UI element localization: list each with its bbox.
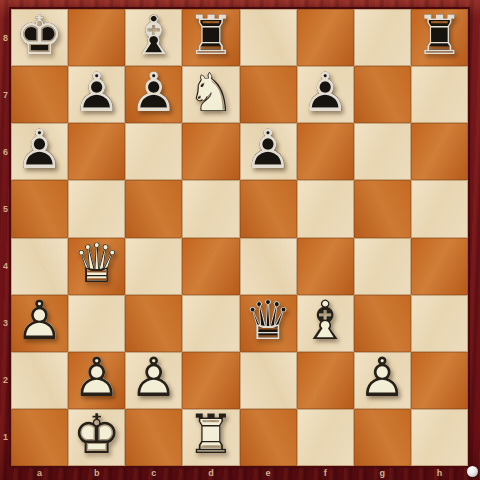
square-g4[interactable]: [354, 238, 411, 295]
piece-wP-g2[interactable]: ♟♙: [354, 352, 411, 409]
square-c4[interactable]: [125, 238, 182, 295]
square-d4[interactable]: [182, 238, 239, 295]
square-a2[interactable]: [11, 352, 68, 409]
square-d5[interactable]: [182, 180, 239, 237]
square-g3[interactable]: [354, 295, 411, 352]
piece-bP-c7[interactable]: ♟♙: [125, 66, 182, 123]
square-e4[interactable]: [240, 238, 297, 295]
square-h1[interactable]: [411, 409, 468, 466]
square-h4[interactable]: [411, 238, 468, 295]
square-h5[interactable]: [411, 180, 468, 237]
piece-wB-f3[interactable]: ♝♗: [297, 295, 354, 352]
square-a8[interactable]: ♚♔: [11, 9, 68, 66]
file-label-h: h: [411, 466, 468, 480]
square-f4[interactable]: [297, 238, 354, 295]
rank-label-8: 8: [0, 9, 11, 66]
square-e8[interactable]: [240, 9, 297, 66]
file-label-f: f: [297, 466, 354, 480]
square-b8[interactable]: [68, 9, 125, 66]
square-a6[interactable]: ♟♙: [11, 123, 68, 180]
square-c5[interactable]: [125, 180, 182, 237]
square-b6[interactable]: [68, 123, 125, 180]
square-a1[interactable]: [11, 409, 68, 466]
piece-wQ-b4[interactable]: ♛♕: [68, 238, 125, 295]
piece-bP-e6[interactable]: ♟♙: [240, 123, 297, 180]
square-b2[interactable]: ♟♙: [68, 352, 125, 409]
square-b3[interactable]: [68, 295, 125, 352]
square-f8[interactable]: [297, 9, 354, 66]
square-e3[interactable]: ♛♕: [240, 295, 297, 352]
rank-label-6: 6: [0, 123, 11, 180]
square-g8[interactable]: [354, 9, 411, 66]
square-a5[interactable]: [11, 180, 68, 237]
file-label-b: b: [68, 466, 125, 480]
square-e5[interactable]: [240, 180, 297, 237]
square-d8[interactable]: ♜♖: [182, 9, 239, 66]
file-label-g: g: [354, 466, 411, 480]
file-label-a: a: [11, 466, 68, 480]
board: ♚♔♝♗♜♖♜♖♟♙♟♙♞♘♟♙♟♙♟♙♛♕♟♙♛♕♝♗♟♙♟♙♟♙♚♔♜♖: [11, 9, 468, 466]
file-label-d: d: [182, 466, 239, 480]
piece-bP-b7[interactable]: ♟♙: [68, 66, 125, 123]
rank-label-5: 5: [0, 180, 11, 237]
square-f1[interactable]: [297, 409, 354, 466]
piece-bQ-e3[interactable]: ♛♕: [240, 295, 297, 352]
square-g7[interactable]: [354, 66, 411, 123]
square-g2[interactable]: ♟♙: [354, 352, 411, 409]
file-label-e: e: [240, 466, 297, 480]
square-c2[interactable]: ♟♙: [125, 352, 182, 409]
square-e7[interactable]: [240, 66, 297, 123]
square-a3[interactable]: ♟♙: [11, 295, 68, 352]
piece-bR-d8[interactable]: ♜♖: [182, 9, 239, 66]
side-to-move-indicator: [467, 466, 478, 477]
piece-wP-c2[interactable]: ♟♙: [125, 352, 182, 409]
square-c3[interactable]: [125, 295, 182, 352]
square-e2[interactable]: [240, 352, 297, 409]
square-f7[interactable]: ♟♙: [297, 66, 354, 123]
rank-label-3: 3: [0, 295, 11, 352]
piece-bK-a8[interactable]: ♚♔: [11, 9, 68, 66]
square-d1[interactable]: ♜♖: [182, 409, 239, 466]
piece-wK-b1[interactable]: ♚♔: [68, 409, 125, 466]
square-e6[interactable]: ♟♙: [240, 123, 297, 180]
rank-label-2: 2: [0, 352, 11, 409]
square-d3[interactable]: [182, 295, 239, 352]
square-g6[interactable]: [354, 123, 411, 180]
piece-bP-f7[interactable]: ♟♙: [297, 66, 354, 123]
rank-label-7: 7: [0, 66, 11, 123]
chess-board-frame: 87654321 ♚♔♝♗♜♖♜♖♟♙♟♙♞♘♟♙♟♙♟♙♛♕♟♙♛♕♝♗♟♙♟…: [0, 0, 480, 480]
piece-wR-d1[interactable]: ♜♖: [182, 409, 239, 466]
square-b5[interactable]: [68, 180, 125, 237]
square-c6[interactable]: [125, 123, 182, 180]
square-c1[interactable]: [125, 409, 182, 466]
square-h6[interactable]: [411, 123, 468, 180]
square-d2[interactable]: [182, 352, 239, 409]
file-label-c: c: [125, 466, 182, 480]
square-e1[interactable]: [240, 409, 297, 466]
square-d6[interactable]: [182, 123, 239, 180]
piece-bR-h8[interactable]: ♜♖: [411, 9, 468, 66]
piece-wP-b2[interactable]: ♟♙: [68, 352, 125, 409]
rank-label-1: 1: [0, 409, 11, 466]
rank-label-4: 4: [0, 238, 11, 295]
square-a4[interactable]: [11, 238, 68, 295]
square-b7[interactable]: ♟♙: [68, 66, 125, 123]
square-b1[interactable]: ♚♔: [68, 409, 125, 466]
square-h7[interactable]: [411, 66, 468, 123]
square-h8[interactable]: ♜♖: [411, 9, 468, 66]
square-f5[interactable]: [297, 180, 354, 237]
square-a7[interactable]: [11, 66, 68, 123]
square-c8[interactable]: ♝♗: [125, 9, 182, 66]
file-labels: abcdefgh: [11, 466, 468, 480]
piece-bP-a6[interactable]: ♟♙: [11, 123, 68, 180]
rank-labels: 87654321: [0, 9, 11, 466]
square-b4[interactable]: ♛♕: [68, 238, 125, 295]
square-h3[interactable]: [411, 295, 468, 352]
square-h2[interactable]: [411, 352, 468, 409]
piece-wP-a3[interactable]: ♟♙: [11, 295, 68, 352]
square-f2[interactable]: [297, 352, 354, 409]
piece-bB-c8[interactable]: ♝♗: [125, 9, 182, 66]
square-c7[interactable]: ♟♙: [125, 66, 182, 123]
piece-wN-d7[interactable]: ♞♘: [182, 66, 239, 123]
square-f6[interactable]: [297, 123, 354, 180]
square-g5[interactable]: [354, 180, 411, 237]
square-g1[interactable]: [354, 409, 411, 466]
square-f3[interactable]: ♝♗: [297, 295, 354, 352]
square-d7[interactable]: ♞♘: [182, 66, 239, 123]
